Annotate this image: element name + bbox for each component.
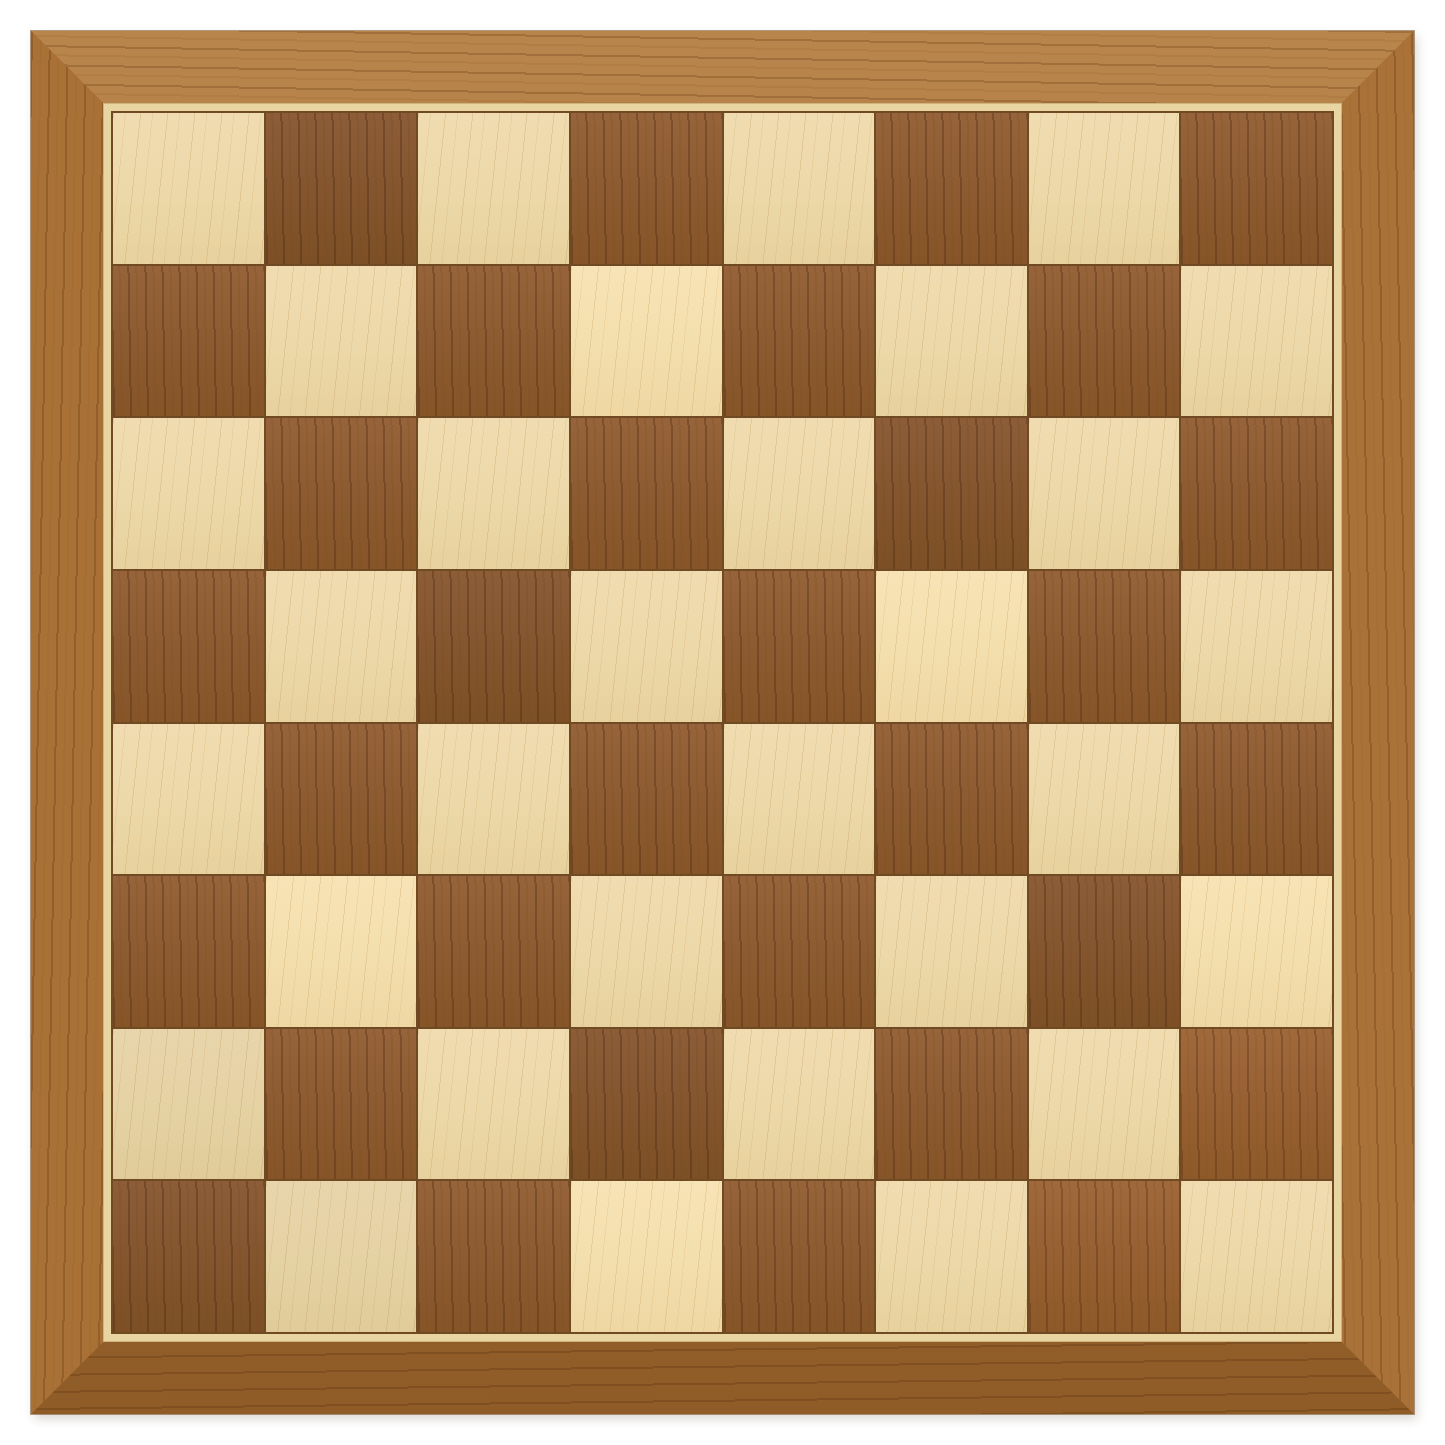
square-e3[interactable] xyxy=(724,876,875,1027)
square-h8[interactable] xyxy=(1181,113,1332,264)
square-b2[interactable] xyxy=(266,1029,417,1180)
square-g4[interactable] xyxy=(1029,724,1180,875)
square-e6[interactable] xyxy=(724,418,875,569)
square-a5[interactable] xyxy=(113,571,264,722)
square-d2[interactable] xyxy=(571,1029,722,1180)
square-e5[interactable] xyxy=(724,571,875,722)
square-a8[interactable] xyxy=(113,113,264,264)
square-a6[interactable] xyxy=(113,418,264,569)
square-c7[interactable] xyxy=(418,266,569,417)
square-g8[interactable] xyxy=(1029,113,1180,264)
square-h6[interactable] xyxy=(1181,418,1332,569)
square-d8[interactable] xyxy=(571,113,722,264)
square-f1[interactable] xyxy=(876,1181,1027,1332)
square-c8[interactable] xyxy=(418,113,569,264)
square-c2[interactable] xyxy=(418,1029,569,1180)
square-b1[interactable] xyxy=(266,1181,417,1332)
square-h4[interactable] xyxy=(1181,724,1332,875)
square-c1[interactable] xyxy=(418,1181,569,1332)
square-g5[interactable] xyxy=(1029,571,1180,722)
square-c3[interactable] xyxy=(418,876,569,1027)
square-g2[interactable] xyxy=(1029,1029,1180,1180)
square-f4[interactable] xyxy=(876,724,1027,875)
square-f2[interactable] xyxy=(876,1029,1027,1180)
photo-canvas xyxy=(0,0,1445,1445)
square-h5[interactable] xyxy=(1181,571,1332,722)
square-a4[interactable] xyxy=(113,724,264,875)
square-e1[interactable] xyxy=(724,1181,875,1332)
chessboard xyxy=(31,31,1414,1414)
square-c6[interactable] xyxy=(418,418,569,569)
square-g6[interactable] xyxy=(1029,418,1180,569)
square-f7[interactable] xyxy=(876,266,1027,417)
square-a1[interactable] xyxy=(113,1181,264,1332)
square-h7[interactable] xyxy=(1181,266,1332,417)
square-b3[interactable] xyxy=(266,876,417,1027)
square-g1[interactable] xyxy=(1029,1181,1180,1332)
square-a7[interactable] xyxy=(113,266,264,417)
square-a2[interactable] xyxy=(113,1029,264,1180)
square-d7[interactable] xyxy=(571,266,722,417)
square-f8[interactable] xyxy=(876,113,1027,264)
square-d4[interactable] xyxy=(571,724,722,875)
square-f5[interactable] xyxy=(876,571,1027,722)
square-d5[interactable] xyxy=(571,571,722,722)
square-e8[interactable] xyxy=(724,113,875,264)
square-f6[interactable] xyxy=(876,418,1027,569)
square-g3[interactable] xyxy=(1029,876,1180,1027)
square-d1[interactable] xyxy=(571,1181,722,1332)
square-h3[interactable] xyxy=(1181,876,1332,1027)
square-e4[interactable] xyxy=(724,724,875,875)
square-g7[interactable] xyxy=(1029,266,1180,417)
square-e7[interactable] xyxy=(724,266,875,417)
square-b5[interactable] xyxy=(266,571,417,722)
square-h2[interactable] xyxy=(1181,1029,1332,1180)
square-c5[interactable] xyxy=(418,571,569,722)
square-b7[interactable] xyxy=(266,266,417,417)
square-b4[interactable] xyxy=(266,724,417,875)
square-a3[interactable] xyxy=(113,876,264,1027)
square-b6[interactable] xyxy=(266,418,417,569)
square-e2[interactable] xyxy=(724,1029,875,1180)
square-f3[interactable] xyxy=(876,876,1027,1027)
square-h1[interactable] xyxy=(1181,1181,1332,1332)
playing-field xyxy=(111,111,1334,1334)
square-d6[interactable] xyxy=(571,418,722,569)
square-c4[interactable] xyxy=(418,724,569,875)
square-d3[interactable] xyxy=(571,876,722,1027)
square-b8[interactable] xyxy=(266,113,417,264)
